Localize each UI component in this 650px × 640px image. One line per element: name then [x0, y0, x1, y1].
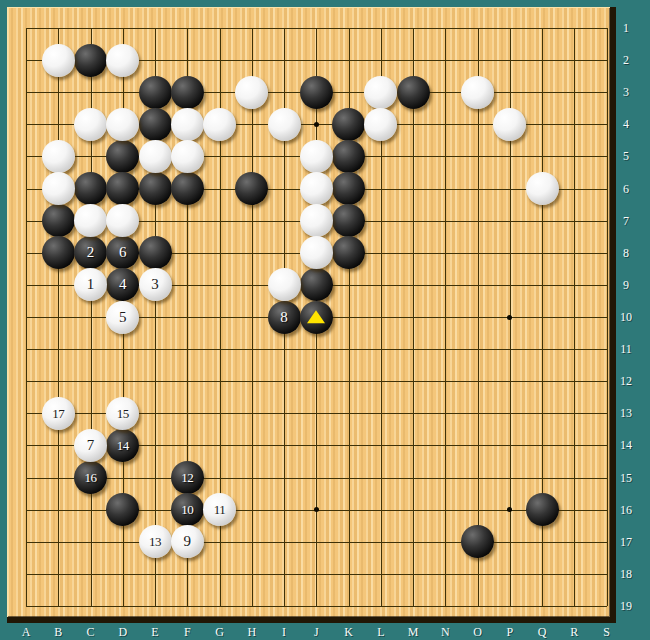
- grid-line-row-12: [26, 381, 607, 382]
- stone-white-D2[interactable]: [106, 44, 139, 77]
- stone-white-L4[interactable]: [364, 108, 397, 141]
- row-label-11: 11: [620, 341, 632, 357]
- stone-black-F15[interactable]: 12: [171, 461, 204, 494]
- stone-white-E17[interactable]: 13: [139, 525, 172, 558]
- stone-white-J8[interactable]: [300, 236, 333, 269]
- stone-black-K5[interactable]: [332, 140, 365, 173]
- stone-white-I4[interactable]: [268, 108, 301, 141]
- stone-white-P4[interactable]: [493, 108, 526, 141]
- stone-black-J9[interactable]: [300, 268, 333, 301]
- move-number-11: 11: [214, 503, 226, 516]
- stone-black-J10[interactable]: [300, 301, 333, 334]
- row-label-16: 16: [620, 502, 632, 518]
- grid-line-col-N: [445, 28, 446, 606]
- stone-white-Q6[interactable]: [526, 172, 559, 205]
- stone-white-F4[interactable]: [171, 108, 204, 141]
- row-label-19: 19: [620, 598, 632, 614]
- column-label-C: C: [86, 624, 94, 640]
- row-label-7: 7: [623, 213, 629, 229]
- column-label-H: H: [247, 624, 256, 640]
- move-number-9: 9: [184, 534, 192, 549]
- stone-black-F6[interactable]: [171, 172, 204, 205]
- move-number-8: 8: [280, 310, 288, 325]
- column-label-J: J: [314, 624, 319, 640]
- stone-black-D14[interactable]: 14: [106, 429, 139, 462]
- stone-white-E5[interactable]: [139, 140, 172, 173]
- stone-white-G16[interactable]: 11: [203, 493, 236, 526]
- stone-black-C6[interactable]: [74, 172, 107, 205]
- stone-black-I10[interactable]: 8: [268, 301, 301, 334]
- row-label-3: 3: [623, 84, 629, 100]
- column-label-K: K: [344, 624, 353, 640]
- move-number-14: 14: [117, 439, 129, 452]
- stone-white-J7[interactable]: [300, 204, 333, 237]
- move-number-4: 4: [119, 277, 127, 292]
- column-label-I: I: [282, 624, 286, 640]
- row-label-10: 10: [620, 309, 632, 325]
- row-label-17: 17: [620, 534, 632, 550]
- stone-white-D10[interactable]: 5: [106, 301, 139, 334]
- stone-black-F16[interactable]: 10: [171, 493, 204, 526]
- column-label-F: F: [184, 624, 191, 640]
- grid-line-row-19: [26, 606, 607, 607]
- row-label-1: 1: [623, 20, 629, 36]
- stone-black-C2[interactable]: [74, 44, 107, 77]
- stone-white-D4[interactable]: [106, 108, 139, 141]
- grid-line-col-S: [607, 28, 608, 606]
- stone-white-L3[interactable]: [364, 76, 397, 109]
- stone-white-J5[interactable]: [300, 140, 333, 173]
- column-label-O: O: [473, 624, 482, 640]
- move-number-17: 17: [52, 407, 64, 420]
- grid-line-row-17: [26, 542, 607, 543]
- row-label-13: 13: [620, 405, 632, 421]
- stone-black-K7[interactable]: [332, 204, 365, 237]
- grid-line-row-11: [26, 349, 607, 350]
- move-number-5: 5: [119, 310, 127, 325]
- column-label-Q: Q: [538, 624, 547, 640]
- row-label-5: 5: [623, 148, 629, 164]
- stone-white-B2[interactable]: [42, 44, 75, 77]
- row-label-6: 6: [623, 181, 629, 197]
- move-number-1: 1: [87, 277, 95, 292]
- stone-black-K6[interactable]: [332, 172, 365, 205]
- move-number-2: 2: [87, 245, 95, 260]
- move-number-10: 10: [181, 503, 193, 516]
- row-label-4: 4: [623, 116, 629, 132]
- stone-black-J3[interactable]: [300, 76, 333, 109]
- stone-black-F3[interactable]: [171, 76, 204, 109]
- move-number-6: 6: [119, 245, 127, 260]
- row-label-12: 12: [620, 373, 632, 389]
- star-point-P10: [507, 315, 512, 320]
- stone-white-C4[interactable]: [74, 108, 107, 141]
- move-number-12: 12: [181, 471, 193, 484]
- stone-white-F5[interactable]: [171, 140, 204, 173]
- grid-line-row-18: [26, 574, 607, 575]
- stone-white-D13[interactable]: 15: [106, 397, 139, 430]
- column-label-N: N: [441, 624, 450, 640]
- stone-black-C15[interactable]: 16: [74, 461, 107, 494]
- column-label-R: R: [570, 624, 578, 640]
- stone-black-E6[interactable]: [139, 172, 172, 205]
- row-label-18: 18: [620, 566, 632, 582]
- column-label-A: A: [22, 624, 31, 640]
- grid-line-col-O: [478, 28, 479, 606]
- move-number-16: 16: [85, 471, 97, 484]
- stone-black-M3[interactable]: [397, 76, 430, 109]
- stone-white-B5[interactable]: [42, 140, 75, 173]
- stone-white-C14[interactable]: 7: [74, 429, 107, 462]
- move-number-3: 3: [151, 277, 159, 292]
- stone-black-E4[interactable]: [139, 108, 172, 141]
- go-board-frame: 2648141612101351715711139ABCDEFGHIJKLMNO…: [0, 0, 650, 640]
- row-label-15: 15: [620, 470, 632, 486]
- grid-line-col-R: [574, 28, 575, 606]
- grid-line-col-M: [413, 28, 414, 606]
- star-point-J16: [314, 507, 319, 512]
- stone-white-F17[interactable]: 9: [171, 525, 204, 558]
- stone-white-G4[interactable]: [203, 108, 236, 141]
- stone-black-E8[interactable]: [139, 236, 172, 269]
- column-label-S: S: [603, 624, 610, 640]
- stone-black-Q16[interactable]: [526, 493, 559, 526]
- stone-white-E9[interactable]: 3: [139, 268, 172, 301]
- row-label-2: 2: [623, 52, 629, 68]
- stone-white-I9[interactable]: [268, 268, 301, 301]
- stone-white-J6[interactable]: [300, 172, 333, 205]
- triangle-marker-icon: [307, 310, 325, 323]
- row-label-8: 8: [623, 245, 629, 261]
- row-label-9: 9: [623, 277, 629, 293]
- stone-black-B8[interactable]: [42, 236, 75, 269]
- stone-black-K4[interactable]: [332, 108, 365, 141]
- column-label-D: D: [118, 624, 127, 640]
- column-label-B: B: [54, 624, 62, 640]
- stone-black-E3[interactable]: [139, 76, 172, 109]
- stone-white-C7[interactable]: [74, 204, 107, 237]
- column-label-G: G: [215, 624, 224, 640]
- row-label-14: 14: [620, 437, 632, 453]
- column-label-P: P: [506, 624, 513, 640]
- stone-black-B7[interactable]: [42, 204, 75, 237]
- column-label-L: L: [377, 624, 384, 640]
- column-label-M: M: [408, 624, 419, 640]
- grid-line-row-15: [26, 478, 607, 479]
- move-number-15: 15: [117, 407, 129, 420]
- star-point-J4: [314, 122, 319, 127]
- stone-white-H3[interactable]: [235, 76, 268, 109]
- stone-black-D5[interactable]: [106, 140, 139, 173]
- stone-white-O3[interactable]: [461, 76, 494, 109]
- move-number-7: 7: [87, 438, 95, 453]
- stone-white-B6[interactable]: [42, 172, 75, 205]
- move-number-13: 13: [149, 535, 161, 548]
- column-label-E: E: [151, 624, 158, 640]
- stone-white-B13[interactable]: 17: [42, 397, 75, 430]
